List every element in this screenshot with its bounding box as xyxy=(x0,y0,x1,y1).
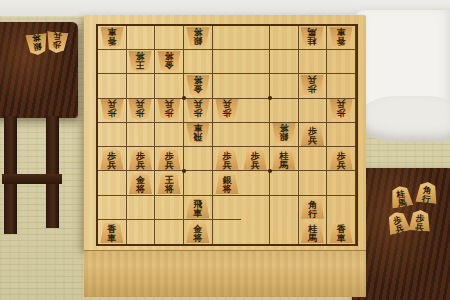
board-square-r9c8[interactable]: 桂馬 xyxy=(299,220,328,244)
board-square-r9c1[interactable]: 香車 xyxy=(98,220,127,244)
piece-kanji: 行 xyxy=(422,194,431,203)
piece-kanji: 歩 xyxy=(222,108,231,117)
board-top-face: 香車銀将桂馬香車王将金将金将歩兵歩兵歩兵歩兵歩兵歩兵歩兵飛車銀将歩兵歩兵歩兵歩兵… xyxy=(84,15,366,250)
shogi-piece-sente[interactable]: 銀将 xyxy=(215,172,239,194)
shogi-piece-gote[interactable]: 香車 xyxy=(100,27,124,49)
shogi-piece-gote[interactable]: 飛車 xyxy=(186,123,210,145)
board-square-r5c8[interactable]: 歩兵 xyxy=(299,123,328,147)
board-square-r6c7[interactable]: 桂馬 xyxy=(270,147,299,171)
white-cloth-fold xyxy=(360,96,450,142)
board-square-r3c7[interactable] xyxy=(270,74,299,98)
piece-kanji: 将 xyxy=(136,51,145,60)
piece-kanji: 兵 xyxy=(165,99,174,108)
board-square-r2c4[interactable] xyxy=(184,50,213,74)
board-square-r1c7[interactable] xyxy=(270,26,299,50)
piece-kanji: 兵 xyxy=(251,161,260,170)
board-square-r3c8[interactable]: 歩兵 xyxy=(299,74,328,98)
piece-kanji: 馬 xyxy=(397,198,407,208)
shogi-piece-sente[interactable]: 歩兵 xyxy=(329,148,353,170)
piece-kanji: 車 xyxy=(193,209,202,218)
captured-piece[interactable]: 銀将 xyxy=(25,33,49,56)
board-square-r3c4[interactable]: 金将 xyxy=(184,74,213,98)
board-square-r2c9[interactable] xyxy=(327,50,356,74)
shogi-piece-sente[interactable]: 香車 xyxy=(100,221,124,243)
piece-kanji: 歩 xyxy=(52,40,61,49)
board-square-r9c4[interactable]: 金将 xyxy=(184,220,213,244)
piece-kanji: 馬 xyxy=(308,234,317,243)
board-square-r2c2[interactable]: 王将 xyxy=(127,50,156,74)
shogi-piece-sente[interactable]: 歩兵 xyxy=(300,123,324,145)
board-square-r7c9[interactable] xyxy=(327,171,356,195)
piece-kanji: 歩 xyxy=(193,108,202,117)
shogi-piece-gote[interactable]: 銀将 xyxy=(272,123,296,145)
board-square-r1c4[interactable]: 銀将 xyxy=(184,26,213,50)
board-square-r2c1[interactable] xyxy=(98,50,127,74)
piece-kanji: 兵 xyxy=(136,99,145,108)
board-square-r1c1[interactable]: 香車 xyxy=(98,26,127,50)
piece-kanji: 将 xyxy=(193,234,202,243)
piece-kanji: 兵 xyxy=(222,99,231,108)
board-square-r4c5[interactable]: 歩兵 xyxy=(213,99,242,123)
piece-kanji: 兵 xyxy=(165,161,174,170)
board-square-r1c6[interactable] xyxy=(241,26,270,50)
board-square-r8c3[interactable] xyxy=(155,196,184,220)
piece-kanji: 歩 xyxy=(337,108,346,117)
shogi-piece-gote[interactable]: 金将 xyxy=(157,51,181,73)
shogi-piece-sente[interactable]: 歩兵 xyxy=(128,148,152,170)
board-square-r5c9[interactable] xyxy=(327,123,356,147)
board-square-r9c9[interactable]: 香車 xyxy=(327,220,356,244)
piece-kanji: 飛 xyxy=(193,132,202,141)
piece-kanji: 将 xyxy=(32,34,41,43)
shogi-piece-gote[interactable]: 歩兵 xyxy=(100,99,124,121)
board-square-r4c9[interactable]: 歩兵 xyxy=(327,99,356,123)
piece-kanji: 王 xyxy=(136,60,145,69)
piece-kanji: 銀 xyxy=(279,132,288,141)
captured-piece[interactable]: 角行 xyxy=(415,181,439,204)
piece-kanji: 兵 xyxy=(222,161,231,170)
board-square-r4c7[interactable] xyxy=(270,99,299,123)
shogi-scene: 銀将歩兵 桂馬角行歩兵歩兵 香車銀将桂馬香車王将金将金将歩兵歩兵歩兵歩兵歩兵歩兵… xyxy=(0,0,450,300)
piece-kanji: 車 xyxy=(193,123,202,132)
board-square-r3c2[interactable] xyxy=(127,74,156,98)
board-square-r1c2[interactable] xyxy=(127,26,156,50)
piece-kanji: 銀 xyxy=(33,42,42,51)
board-square-r6c1[interactable]: 歩兵 xyxy=(98,147,127,171)
board-square-r3c6[interactable] xyxy=(241,74,270,98)
board-square-r4c8[interactable] xyxy=(299,99,328,123)
board-square-r3c1[interactable] xyxy=(98,74,127,98)
piece-kanji: 兵 xyxy=(394,223,404,233)
board-square-r7c3[interactable]: 王将 xyxy=(155,171,184,195)
piece-kanji: 歩 xyxy=(136,108,145,117)
shogi-piece-gote[interactable]: 歩兵 xyxy=(300,75,324,97)
board-square-r9c2[interactable] xyxy=(127,220,156,244)
piece-kanji: 歩 xyxy=(308,84,317,93)
piece-kanji: 車 xyxy=(337,27,346,36)
board-square-r9c3[interactable] xyxy=(155,220,184,244)
board-square-r3c9[interactable] xyxy=(327,74,356,98)
piece-kanji: 金 xyxy=(165,60,174,69)
board-square-r4c6[interactable] xyxy=(241,99,270,123)
board-square-r2c7[interactable] xyxy=(270,50,299,74)
board-square-r5c3[interactable] xyxy=(155,123,184,147)
shogi-piece-gote[interactable]: 香車 xyxy=(329,27,353,49)
board-square-r4c1[interactable]: 歩兵 xyxy=(98,99,127,123)
piece-kanji: 歩 xyxy=(107,108,116,117)
board-front-face xyxy=(84,250,366,297)
table-leg xyxy=(46,116,59,228)
shogi-piece-gote[interactable]: 歩兵 xyxy=(186,99,210,121)
piece-kanji: 兵 xyxy=(308,136,317,145)
piece-kanji: 兵 xyxy=(53,32,62,41)
piece-kanji: 歩 xyxy=(165,108,174,117)
shogi-piece-sente[interactable]: 飛車 xyxy=(186,196,210,218)
shogi-piece-gote[interactable]: 歩兵 xyxy=(157,99,181,121)
piece-kanji: 将 xyxy=(136,185,145,194)
board-square-r5c1[interactable] xyxy=(98,123,127,147)
shogi-piece-sente[interactable]: 歩兵 xyxy=(243,148,267,170)
captured-piece[interactable]: 歩兵 xyxy=(45,31,69,54)
board-square-r7c1[interactable] xyxy=(98,171,127,195)
board-square-r6c2[interactable]: 歩兵 xyxy=(127,147,156,171)
piece-kanji: 将 xyxy=(193,75,202,84)
shogi-piece-sente[interactable]: 香車 xyxy=(329,221,353,243)
board-square-r5c7[interactable]: 銀将 xyxy=(270,123,299,147)
board-square-r7c7[interactable] xyxy=(270,171,299,195)
shogi-piece-gote[interactable]: 王将 xyxy=(128,51,152,73)
piece-kanji: 将 xyxy=(279,123,288,132)
piece-kanji: 車 xyxy=(107,27,116,36)
board-square-r8c7[interactable] xyxy=(270,196,299,220)
captured-piece[interactable]: 歩兵 xyxy=(385,210,411,236)
board-square-r7c2[interactable]: 金将 xyxy=(127,171,156,195)
board-square-r7c5[interactable]: 銀将 xyxy=(213,171,242,195)
board-square-r1c3[interactable] xyxy=(155,26,184,50)
piece-kanji: 兵 xyxy=(337,99,346,108)
piece-kanji: 車 xyxy=(337,234,346,243)
shogi-board: 香車銀将桂馬香車王将金将金将歩兵歩兵歩兵歩兵歩兵歩兵歩兵飛車銀将歩兵歩兵歩兵歩兵… xyxy=(84,15,366,296)
board-grid: 香車銀将桂馬香車王将金将金将歩兵歩兵歩兵歩兵歩兵歩兵歩兵飛車銀将歩兵歩兵歩兵歩兵… xyxy=(96,24,358,246)
shogi-piece-gote[interactable]: 桂馬 xyxy=(300,27,324,49)
board-square-r5c4[interactable]: 飛車 xyxy=(184,123,213,147)
board-square-r8c2[interactable] xyxy=(127,196,156,220)
piece-kanji: 将 xyxy=(222,185,231,194)
shogi-piece-sente[interactable]: 歩兵 xyxy=(100,148,124,170)
piece-kanji: 兵 xyxy=(308,75,317,84)
gote-komadai-table: 銀将歩兵 xyxy=(0,22,78,118)
shogi-piece-gote[interactable]: 銀将 xyxy=(186,27,210,49)
board-square-r3c5[interactable] xyxy=(213,74,242,98)
board-square-r8c1[interactable] xyxy=(98,196,127,220)
board-square-r8c8[interactable]: 角行 xyxy=(299,196,328,220)
board-square-r8c9[interactable] xyxy=(327,196,356,220)
board-square-r4c2[interactable]: 歩兵 xyxy=(127,99,156,123)
piece-kanji: 兵 xyxy=(193,99,202,108)
piece-kanji: 兵 xyxy=(136,161,145,170)
board-square-r5c6[interactable] xyxy=(241,123,270,147)
table-crossbar xyxy=(2,174,62,184)
board-square-r8c6[interactable] xyxy=(241,196,270,220)
shogi-piece-sente[interactable]: 桂馬 xyxy=(272,148,296,170)
piece-kanji: 将 xyxy=(193,27,202,36)
board-square-r1c5[interactable] xyxy=(213,26,242,50)
board-square-r9c6[interactable] xyxy=(241,220,270,244)
shogi-piece-sente[interactable]: 金将 xyxy=(186,221,210,243)
piece-kanji: 馬 xyxy=(308,27,317,36)
shogi-piece-sente[interactable]: 金将 xyxy=(128,172,152,194)
board-square-r4c3[interactable]: 歩兵 xyxy=(155,99,184,123)
piece-kanji: 兵 xyxy=(337,161,346,170)
board-square-r7c4[interactable] xyxy=(184,171,213,195)
piece-kanji: 金 xyxy=(193,84,202,93)
shogi-piece-sente[interactable]: 王将 xyxy=(157,172,181,194)
piece-kanji: 行 xyxy=(308,210,317,219)
piece-kanji: 馬 xyxy=(279,161,288,170)
shogi-piece-gote[interactable]: 歩兵 xyxy=(329,99,353,121)
piece-kanji: 将 xyxy=(165,51,174,60)
board-square-r7c8[interactable] xyxy=(299,171,328,195)
board-square-r8c5[interactable] xyxy=(213,196,242,220)
board-square-r9c7[interactable] xyxy=(270,220,299,244)
board-square-r7c6[interactable] xyxy=(241,171,270,195)
piece-kanji: 将 xyxy=(165,185,174,194)
board-square-r4c4[interactable]: 歩兵 xyxy=(184,99,213,123)
board-square-r6c4[interactable] xyxy=(184,147,213,171)
captured-piece[interactable]: 桂馬 xyxy=(388,184,413,209)
board-square-r2c8[interactable] xyxy=(299,50,328,74)
shogi-piece-gote[interactable]: 金将 xyxy=(186,75,210,97)
piece-kanji: 兵 xyxy=(107,161,116,170)
board-square-r2c3[interactable]: 金将 xyxy=(155,50,184,74)
board-square-r6c9[interactable]: 歩兵 xyxy=(327,147,356,171)
board-square-r6c3[interactable]: 歩兵 xyxy=(155,147,184,171)
shogi-piece-sente[interactable]: 角行 xyxy=(300,197,324,219)
shogi-piece-sente[interactable]: 歩兵 xyxy=(157,148,181,170)
shogi-piece-gote[interactable]: 歩兵 xyxy=(215,99,239,121)
board-square-r2c6[interactable] xyxy=(241,50,270,74)
board-square-r8c4[interactable]: 飛車 xyxy=(184,196,213,220)
shogi-piece-gote[interactable]: 歩兵 xyxy=(128,99,152,121)
board-square-r3c3[interactable] xyxy=(155,74,184,98)
captured-piece[interactable]: 歩兵 xyxy=(408,209,431,231)
board-square-r1c8[interactable]: 桂馬 xyxy=(299,26,328,50)
shogi-piece-sente[interactable]: 桂馬 xyxy=(300,221,324,243)
board-square-r5c2[interactable] xyxy=(127,123,156,147)
sente-komadai-table: 桂馬角行歩兵歩兵 xyxy=(352,168,450,300)
board-square-r6c6[interactable]: 歩兵 xyxy=(241,147,270,171)
board-square-r6c8[interactable] xyxy=(299,147,328,171)
board-square-r2c5[interactable] xyxy=(213,50,242,74)
board-square-r5c5[interactable] xyxy=(213,123,242,147)
piece-kanji: 兵 xyxy=(415,222,424,231)
board-square-r6c5[interactable]: 歩兵 xyxy=(213,147,242,171)
piece-kanji: 兵 xyxy=(107,99,116,108)
board-square-r9c5[interactable] xyxy=(213,220,242,244)
shogi-piece-sente[interactable]: 歩兵 xyxy=(215,148,239,170)
board-square-r1c9[interactable]: 香車 xyxy=(327,26,356,50)
piece-kanji: 車 xyxy=(107,234,116,243)
left-table-legs xyxy=(0,116,66,236)
